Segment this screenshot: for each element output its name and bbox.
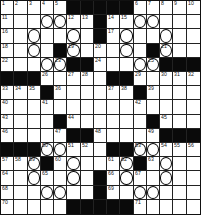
cell-r9c1[interactable]: 43 xyxy=(1,115,14,129)
clue-number: 22 xyxy=(2,58,8,63)
cell-r13c15[interactable] xyxy=(187,171,200,185)
cell-r8c5[interactable] xyxy=(54,100,67,114)
cell-r9c2[interactable] xyxy=(14,115,27,129)
cell-r11c5[interactable] xyxy=(54,143,67,157)
cell-r14c7[interactable] xyxy=(81,186,94,200)
cell-r11c12[interactable] xyxy=(147,143,160,157)
cell-r14c3[interactable] xyxy=(28,186,41,200)
cell-r12c1[interactable]: 57 xyxy=(1,157,14,171)
clue-number: 47 xyxy=(55,129,61,134)
cell-r5c1[interactable]: 22 xyxy=(1,58,14,72)
clue-number: 42 xyxy=(135,100,141,105)
clue-number: 32 xyxy=(188,72,194,77)
cell-r4c15[interactable] xyxy=(187,44,200,58)
cell-r5c5[interactable]: 23 xyxy=(54,58,67,72)
cell-r1c14[interactable]: 9 xyxy=(173,1,186,15)
cell-r4c11[interactable] xyxy=(134,44,147,58)
cell-r8c12[interactable] xyxy=(147,100,160,114)
cell-r6c15[interactable]: 32 xyxy=(187,72,200,86)
cell-r12c14[interactable] xyxy=(173,157,186,171)
cell-r6c6[interactable]: 27 xyxy=(67,72,80,86)
cell-r15c2[interactable] xyxy=(14,200,27,214)
circle-marker xyxy=(160,157,172,170)
cell-r13c3[interactable] xyxy=(28,171,41,185)
cell-r5c4[interactable] xyxy=(41,58,54,72)
clue-number: 49 xyxy=(148,129,154,134)
cell-r12c7[interactable] xyxy=(81,157,94,171)
clue-number: 30 xyxy=(161,72,167,77)
cell-r13c13[interactable] xyxy=(160,171,173,185)
cell-r7c7[interactable] xyxy=(81,86,94,100)
cell-r11c13[interactable]: 54 xyxy=(160,143,173,157)
block-cell-r13c8 xyxy=(94,171,107,185)
cell-r15c5[interactable] xyxy=(54,200,67,214)
cell-r12c10[interactable]: 62 xyxy=(120,157,133,171)
clue-number: 45 xyxy=(161,115,167,120)
block-cell-r3c8 xyxy=(94,29,107,43)
cell-r3c7[interactable] xyxy=(81,29,94,43)
circle-marker xyxy=(134,15,146,28)
cell-r15c15[interactable] xyxy=(187,200,200,214)
block-cell-r6c3 xyxy=(28,72,41,86)
clue-number: 11 xyxy=(2,15,7,20)
block-cell-r1c6 xyxy=(67,1,80,15)
block-cell-r15c10 xyxy=(120,200,133,214)
cell-r2c6[interactable]: 12 xyxy=(67,15,80,29)
block-cell-r6c9 xyxy=(107,72,120,86)
cell-r12c15[interactable] xyxy=(187,157,200,171)
clue-number: 54 xyxy=(161,143,167,148)
block-cell-r1c7 xyxy=(81,1,94,15)
circle-marker xyxy=(54,58,66,71)
cell-r4c10[interactable] xyxy=(120,44,133,58)
cell-r10c5[interactable]: 47 xyxy=(54,129,67,143)
clue-number: 36 xyxy=(55,86,61,91)
cell-r13c14[interactable] xyxy=(173,171,186,185)
cell-r3c4[interactable] xyxy=(41,29,54,43)
clue-number: 50 xyxy=(42,143,48,148)
cell-r6c11[interactable]: 29 xyxy=(134,72,147,86)
cell-r8c7[interactable] xyxy=(81,100,94,114)
cell-r7c6[interactable] xyxy=(67,86,80,100)
clue-number: 33 xyxy=(2,86,8,91)
cell-r12c2[interactable]: 58 xyxy=(14,157,27,171)
cell-r7c5[interactable]: 36 xyxy=(54,86,67,100)
clue-number: 27 xyxy=(68,72,74,77)
block-cell-r2c8 xyxy=(94,15,107,29)
cell-r13c4[interactable]: 65 xyxy=(41,171,54,185)
cell-r1c12[interactable]: 7 xyxy=(147,1,160,15)
cell-r14c15[interactable] xyxy=(187,186,200,200)
circle-marker xyxy=(28,29,40,42)
block-cell-r11c2 xyxy=(14,143,27,157)
block-cell-r6c1 xyxy=(1,72,14,86)
cell-r3c5[interactable] xyxy=(54,29,67,43)
cell-r8c8[interactable] xyxy=(94,100,107,114)
cell-r14c1[interactable]: 68 xyxy=(1,186,14,200)
cell-r2c1[interactable]: 11 xyxy=(1,15,14,29)
cell-r13c11[interactable]: 67 xyxy=(134,171,147,185)
block-cell-r11c10 xyxy=(120,143,133,157)
cell-r7c15[interactable] xyxy=(187,86,200,100)
block-cell-r11c9 xyxy=(107,143,120,157)
clue-number: 70 xyxy=(2,200,8,205)
cell-r7c9[interactable]: 37 xyxy=(107,86,120,100)
block-cell-r5c6 xyxy=(67,58,80,72)
clue-number: 46 xyxy=(2,129,8,134)
cell-r3c2[interactable] xyxy=(14,29,27,43)
circle-marker xyxy=(160,171,172,184)
cell-r3c10[interactable] xyxy=(120,29,133,43)
cell-r5c11[interactable] xyxy=(134,58,147,72)
clue-number: 67 xyxy=(135,171,141,176)
clue-number: 34 xyxy=(15,86,21,91)
cell-r1c5[interactable]: 5 xyxy=(54,1,67,15)
clue-number: 53 xyxy=(135,143,141,148)
clue-number: 60 xyxy=(55,157,61,162)
cell-r1c15[interactable]: 10 xyxy=(187,1,200,15)
cell-r7c8[interactable] xyxy=(94,86,107,100)
cell-r10c4[interactable] xyxy=(41,129,54,143)
cell-r6c4[interactable]: 26 xyxy=(41,72,54,86)
block-cell-r15c8 xyxy=(94,200,107,214)
crossword-grid: 1234567891011121314151617181920212223242… xyxy=(0,0,201,215)
clue-number: 31 xyxy=(174,72,180,77)
cell-r3c9[interactable]: 17 xyxy=(107,29,120,43)
block-cell-r7c11 xyxy=(134,86,147,100)
cell-r3c13[interactable] xyxy=(160,29,173,43)
block-cell-r9c5 xyxy=(54,115,67,129)
clue-number: 64 xyxy=(2,171,8,176)
cell-r15c14[interactable] xyxy=(173,200,186,214)
cell-r13c10[interactable] xyxy=(120,171,133,185)
cell-r15c11[interactable]: 71 xyxy=(134,200,147,214)
circle-marker xyxy=(120,171,132,184)
clue-number: 39 xyxy=(148,86,154,91)
cell-r14c2[interactable] xyxy=(14,186,27,200)
cell-r10c8[interactable]: 48 xyxy=(94,129,107,143)
circle-marker xyxy=(160,44,172,57)
cell-r11c8[interactable] xyxy=(94,143,107,157)
cell-r2c14[interactable] xyxy=(173,15,186,29)
cell-r12c8[interactable] xyxy=(94,157,107,171)
circle-marker xyxy=(54,143,66,156)
block-cell-r15c7 xyxy=(81,200,94,214)
cell-r9c15[interactable] xyxy=(187,115,200,129)
cell-r12c5[interactable]: 60 xyxy=(54,157,67,171)
cell-r8c4[interactable]: 41 xyxy=(41,100,54,114)
cell-r1c4[interactable]: 4 xyxy=(41,1,54,15)
cell-r4c9[interactable] xyxy=(107,44,120,58)
clue-number: 57 xyxy=(2,157,8,162)
clue-number: 9 xyxy=(174,1,177,6)
cell-r7c14[interactable] xyxy=(173,86,186,100)
block-cell-r10c7 xyxy=(81,129,94,143)
clue-number: 1 xyxy=(2,1,5,6)
clue-number: 43 xyxy=(2,115,8,120)
cell-r6c12[interactable] xyxy=(147,72,160,86)
cell-r4c1[interactable]: 18 xyxy=(1,44,14,58)
cell-r10c9[interactable] xyxy=(107,129,120,143)
circle-marker xyxy=(67,171,79,184)
block-cell-r10c13 xyxy=(160,129,173,143)
cell-r7c13[interactable] xyxy=(160,86,173,100)
cell-r10c10[interactable] xyxy=(120,129,133,143)
block-cell-r11c1 xyxy=(1,143,14,157)
cell-r7c10[interactable]: 38 xyxy=(120,86,133,100)
cell-r6c8[interactable] xyxy=(94,72,107,86)
cell-r2c3[interactable] xyxy=(28,15,41,29)
cell-r14c5[interactable] xyxy=(54,186,67,200)
cell-r7c12[interactable]: 39 xyxy=(147,86,160,100)
cell-r14c13[interactable] xyxy=(160,186,173,200)
cell-r8c2[interactable] xyxy=(14,100,27,114)
block-cell-r5c7 xyxy=(81,58,94,72)
block-cell-r1c8 xyxy=(94,1,107,15)
block-cell-r5c13 xyxy=(160,58,173,72)
clue-number: 48 xyxy=(95,129,101,134)
clue-number: 17 xyxy=(108,29,114,34)
cell-r8c15[interactable] xyxy=(187,100,200,114)
clue-number: 29 xyxy=(135,72,141,77)
circle-marker xyxy=(120,29,132,42)
clue-number: 23 xyxy=(55,58,61,63)
cell-r13c12[interactable] xyxy=(147,171,160,185)
cell-r6c5[interactable] xyxy=(54,72,67,86)
cell-r10c3[interactable] xyxy=(28,129,41,143)
block-cell-r15c9 xyxy=(107,200,120,214)
clue-number: 13 xyxy=(82,15,88,20)
cell-r3c14[interactable] xyxy=(173,29,186,43)
circle-marker xyxy=(67,44,79,57)
cell-r4c7[interactable] xyxy=(81,44,94,58)
circle-marker xyxy=(54,15,66,28)
block-cell-r4c5 xyxy=(54,44,67,58)
cell-r1c2[interactable]: 2 xyxy=(14,1,27,15)
cell-r2c10[interactable]: 15 xyxy=(120,15,133,29)
clue-number: 6 xyxy=(135,1,138,6)
cell-r11c6[interactable]: 51 xyxy=(67,143,80,157)
cell-r3c15[interactable] xyxy=(187,29,200,43)
cell-r4c4[interactable] xyxy=(41,44,54,58)
circle-marker xyxy=(54,186,66,199)
clue-number: 10 xyxy=(188,1,194,6)
cell-r14c6[interactable] xyxy=(67,186,80,200)
cell-r5c12[interactable]: 25 xyxy=(147,58,160,72)
cell-r4c14[interactable] xyxy=(173,44,186,58)
clue-number: 55 xyxy=(174,143,180,148)
cell-r3c12[interactable] xyxy=(147,29,160,43)
circle-marker xyxy=(41,58,53,71)
clue-number: 66 xyxy=(108,171,114,176)
clue-number: 20 xyxy=(95,44,101,49)
cell-r4c13[interactable]: 21 xyxy=(160,44,173,58)
cell-r1c13[interactable]: 8 xyxy=(160,1,173,15)
cell-r2c9[interactable]: 14 xyxy=(107,15,120,29)
cell-r10c12[interactable]: 49 xyxy=(147,129,160,143)
cell-r13c7[interactable] xyxy=(81,171,94,185)
cell-r8c9[interactable] xyxy=(107,100,120,114)
cell-r13c5[interactable] xyxy=(54,171,67,185)
cell-r9c10[interactable] xyxy=(120,115,133,129)
clue-number: 7 xyxy=(148,1,151,6)
circle-marker xyxy=(147,186,159,199)
cell-r9c8[interactable] xyxy=(94,115,107,129)
cell-r12c6[interactable] xyxy=(67,157,80,171)
cell-r3c11[interactable] xyxy=(134,29,147,43)
clue-number: 61 xyxy=(108,157,114,162)
cell-r11c11[interactable]: 53 xyxy=(134,143,147,157)
block-cell-r6c2 xyxy=(14,72,27,86)
cell-r8c14[interactable] xyxy=(173,100,186,114)
clue-number: 35 xyxy=(29,86,35,91)
clue-number: 51 xyxy=(68,143,74,148)
clue-number: 12 xyxy=(68,15,74,20)
cell-r8c1[interactable]: 40 xyxy=(1,100,14,114)
circle-marker xyxy=(28,171,40,184)
clue-number: 14 xyxy=(108,15,114,20)
clue-number: 41 xyxy=(42,100,48,105)
cell-r7c2[interactable]: 34 xyxy=(14,86,27,100)
cell-r13c2[interactable] xyxy=(14,171,27,185)
cell-r13c1[interactable]: 64 xyxy=(1,171,14,185)
block-cell-r12c11 xyxy=(134,157,147,171)
cell-r12c12[interactable]: 63 xyxy=(147,157,160,171)
clue-number: 25 xyxy=(148,58,154,63)
cell-r6c7[interactable]: 28 xyxy=(81,72,94,86)
circle-marker xyxy=(134,58,146,71)
block-cell-r15c6 xyxy=(67,200,80,214)
cell-r4c8[interactable]: 20 xyxy=(94,44,107,58)
cell-r10c2[interactable] xyxy=(14,129,27,143)
block-cell-r5c14 xyxy=(173,58,186,72)
cell-r6c14[interactable]: 31 xyxy=(173,72,186,86)
cell-r14c4[interactable] xyxy=(41,186,54,200)
clue-number: 62 xyxy=(121,157,127,162)
clue-number: 65 xyxy=(42,171,48,176)
cell-r14c11[interactable] xyxy=(134,186,147,200)
cell-r8c3[interactable] xyxy=(28,100,41,114)
cell-r2c5[interactable] xyxy=(54,15,67,29)
circle-marker xyxy=(147,58,159,71)
cell-r14c14[interactable] xyxy=(173,186,186,200)
cell-r12c13[interactable] xyxy=(160,157,173,171)
cell-r11c4[interactable]: 50 xyxy=(41,143,54,157)
cell-r7c1[interactable]: 33 xyxy=(1,86,14,100)
clue-number: 5 xyxy=(55,1,58,6)
clue-number: 71 xyxy=(135,200,141,205)
clue-number: 44 xyxy=(68,115,74,120)
cell-r3c6[interactable] xyxy=(67,29,80,43)
clue-number: 2 xyxy=(15,1,18,6)
clue-number: 56 xyxy=(188,143,194,148)
cell-r11c14[interactable]: 55 xyxy=(173,143,186,157)
block-cell-r7c4 xyxy=(41,86,54,100)
cell-r5c3[interactable] xyxy=(28,58,41,72)
cell-r2c11[interactable] xyxy=(134,15,147,29)
cell-r9c3[interactable] xyxy=(28,115,41,129)
circle-marker xyxy=(41,186,53,199)
cell-r14c12[interactable] xyxy=(147,186,160,200)
clue-number: 63 xyxy=(148,157,154,162)
cell-r9c7[interactable] xyxy=(81,115,94,129)
circle-marker xyxy=(134,186,146,199)
cell-r8c10[interactable] xyxy=(120,100,133,114)
cell-r11c7[interactable]: 52 xyxy=(81,143,94,157)
cell-r5c9[interactable] xyxy=(107,58,120,72)
clue-number: 15 xyxy=(121,15,127,20)
cell-r15c1[interactable]: 70 xyxy=(1,200,14,214)
block-cell-r12c4 xyxy=(41,157,54,171)
cell-r4c6[interactable]: 19 xyxy=(67,44,80,58)
cell-r2c15[interactable] xyxy=(187,15,200,29)
cell-r9c13[interactable]: 45 xyxy=(160,115,173,129)
cell-r2c12[interactable] xyxy=(147,15,160,29)
cell-r5c8[interactable]: 24 xyxy=(94,58,107,72)
cell-r15c3[interactable] xyxy=(28,200,41,214)
cell-r11c15[interactable]: 56 xyxy=(187,143,200,157)
cell-r12c9[interactable]: 61 xyxy=(107,157,120,171)
cell-r9c14[interactable] xyxy=(173,115,186,129)
clue-number: 68 xyxy=(2,186,8,191)
circle-marker xyxy=(41,143,53,156)
clue-number: 52 xyxy=(82,143,88,148)
cell-r15c13[interactable] xyxy=(160,200,173,214)
cell-r8c11[interactable]: 42 xyxy=(134,100,147,114)
cell-r9c9[interactable] xyxy=(107,115,120,129)
cell-r14c10[interactable] xyxy=(120,186,133,200)
cell-r13c6[interactable] xyxy=(67,171,80,185)
cell-r9c11[interactable] xyxy=(134,115,147,129)
cell-r2c2[interactable] xyxy=(14,15,27,29)
cell-r2c4[interactable] xyxy=(41,15,54,29)
cell-r1c3[interactable]: 3 xyxy=(28,1,41,15)
cell-r9c4[interactable] xyxy=(41,115,54,129)
clue-number: 21 xyxy=(161,44,167,49)
cell-r3c3[interactable] xyxy=(28,29,41,43)
block-cell-r4c12 xyxy=(147,44,160,58)
cell-r4c3[interactable] xyxy=(28,44,41,58)
cell-r13c9[interactable]: 66 xyxy=(107,171,120,185)
cell-r15c12[interactable] xyxy=(147,200,160,214)
cell-r10c11[interactable] xyxy=(134,129,147,143)
cell-r1c1[interactable]: 1 xyxy=(1,1,14,15)
cell-r10c1[interactable]: 46 xyxy=(1,129,14,143)
cell-r15c4[interactable] xyxy=(41,200,54,214)
cell-r6c13[interactable]: 30 xyxy=(160,72,173,86)
cell-r2c13[interactable] xyxy=(160,15,173,29)
clue-number: 3 xyxy=(29,1,32,6)
clue-number: 18 xyxy=(2,44,8,49)
cell-r3c1[interactable]: 16 xyxy=(1,29,14,43)
cell-r8c6[interactable] xyxy=(67,100,80,114)
cell-r8c13[interactable] xyxy=(160,100,173,114)
clue-number: 40 xyxy=(2,100,8,105)
circle-marker xyxy=(134,143,146,156)
cell-r12c3[interactable]: 59 xyxy=(28,157,41,171)
block-cell-r1c10 xyxy=(120,1,133,15)
cell-r14c9[interactable]: 69 xyxy=(107,186,120,200)
block-cell-r5c15 xyxy=(187,58,200,72)
cell-r2c7[interactable]: 13 xyxy=(81,15,94,29)
cell-r1c11[interactable]: 6 xyxy=(134,1,147,15)
clue-number: 26 xyxy=(42,72,48,77)
cell-r4c2[interactable] xyxy=(14,44,27,58)
cell-r5c10[interactable] xyxy=(120,58,133,72)
cell-r9c6[interactable]: 44 xyxy=(67,115,80,129)
cell-r5c2[interactable] xyxy=(14,58,27,72)
cell-r7c3[interactable]: 35 xyxy=(28,86,41,100)
